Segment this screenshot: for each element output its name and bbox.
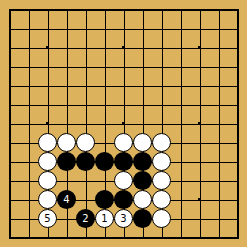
white-stone [152, 152, 171, 171]
black-stone [133, 209, 152, 228]
move-number-label: 1 [101, 214, 107, 224]
move-2-stone: 2 [76, 209, 95, 228]
white-stone [114, 133, 133, 152]
go-board: 45213 [0, 0, 247, 247]
move-number-label: 2 [82, 214, 88, 224]
white-stone [152, 209, 171, 228]
black-stone [95, 152, 114, 171]
white-stone [133, 133, 152, 152]
star-point [198, 198, 201, 201]
star-point [198, 46, 201, 49]
star-point [122, 122, 125, 125]
move-number-label: 4 [63, 195, 69, 205]
black-stone [114, 152, 133, 171]
star-point [46, 122, 49, 125]
black-stone [57, 152, 76, 171]
white-stone [76, 133, 95, 152]
white-stone [152, 171, 171, 190]
black-stone [76, 152, 95, 171]
star-point [122, 46, 125, 49]
white-stone [152, 190, 171, 209]
move-1-stone: 1 [95, 209, 114, 228]
move-5-stone: 5 [38, 209, 57, 228]
black-stone [133, 171, 152, 190]
star-point [198, 122, 201, 125]
white-stone [152, 133, 171, 152]
white-stone [38, 190, 57, 209]
white-stone [114, 171, 133, 190]
move-number-label: 5 [44, 214, 50, 224]
white-stone [38, 171, 57, 190]
black-stone [114, 190, 133, 209]
move-4-stone: 4 [57, 190, 76, 209]
white-stone [133, 190, 152, 209]
star-point [46, 46, 49, 49]
move-number-label: 3 [120, 214, 126, 224]
move-3-stone: 3 [114, 209, 133, 228]
white-stone [38, 152, 57, 171]
black-stone [133, 152, 152, 171]
white-stone [57, 133, 76, 152]
white-stone [38, 133, 57, 152]
black-stone [95, 190, 114, 209]
